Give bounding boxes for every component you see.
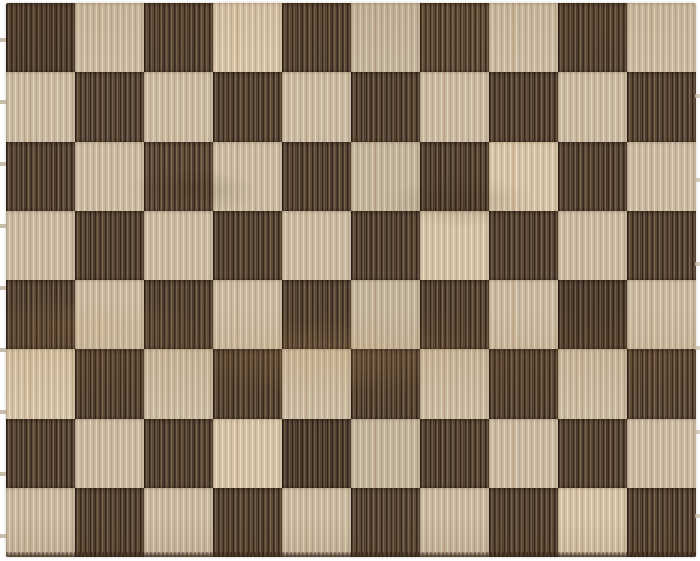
square-r5c4-light xyxy=(213,280,282,349)
square-r7c10-light xyxy=(627,419,696,488)
square-r1c8-light xyxy=(489,3,558,72)
square-r1c2-light xyxy=(75,3,144,72)
square-r3c3-dark xyxy=(144,142,213,211)
square-r3c10-light xyxy=(627,142,696,211)
square-r6c7-light xyxy=(420,349,489,418)
square-r4c9-light xyxy=(558,211,627,280)
square-r3c1-dark xyxy=(6,142,75,211)
square-r6c1-light xyxy=(6,349,75,418)
square-r2c5-light xyxy=(282,72,351,141)
square-r3c7-dark xyxy=(420,142,489,211)
square-r4c8-dark xyxy=(489,211,558,280)
square-r5c2-light xyxy=(75,280,144,349)
square-r7c8-light xyxy=(489,419,558,488)
square-r5c9-dark xyxy=(558,280,627,349)
square-r5c3-dark xyxy=(144,280,213,349)
square-r7c9-dark xyxy=(558,419,627,488)
square-r4c4-dark xyxy=(213,211,282,280)
checkerboard xyxy=(6,3,696,557)
square-r1c10-light xyxy=(627,3,696,72)
square-r6c10-dark xyxy=(627,349,696,418)
square-r1c5-dark xyxy=(282,3,351,72)
square-r3c2-light xyxy=(75,142,144,211)
square-r4c6-dark xyxy=(351,211,420,280)
rug-photo xyxy=(0,0,700,561)
square-r1c6-light xyxy=(351,3,420,72)
square-r6c9-light xyxy=(558,349,627,418)
square-r2c10-dark xyxy=(627,72,696,141)
square-r4c3-light xyxy=(144,211,213,280)
square-r8c5-light xyxy=(282,488,351,557)
square-r8c10-dark xyxy=(627,488,696,557)
square-r6c6-dark xyxy=(351,349,420,418)
square-r5c5-dark xyxy=(282,280,351,349)
square-r6c4-dark xyxy=(213,349,282,418)
square-r3c5-dark xyxy=(282,142,351,211)
square-r7c1-dark xyxy=(6,419,75,488)
square-r5c6-light xyxy=(351,280,420,349)
square-r7c5-dark xyxy=(282,419,351,488)
bottom-binding-edge xyxy=(6,552,696,557)
square-r4c7-light xyxy=(420,211,489,280)
square-r8c7-light xyxy=(420,488,489,557)
square-r2c1-light xyxy=(6,72,75,141)
square-r4c10-dark xyxy=(627,211,696,280)
square-r8c9-light xyxy=(558,488,627,557)
square-r3c4-light xyxy=(213,142,282,211)
square-r5c7-dark xyxy=(420,280,489,349)
square-r4c1-light xyxy=(6,211,75,280)
square-r2c9-light xyxy=(558,72,627,141)
square-r7c6-light xyxy=(351,419,420,488)
square-r8c8-dark xyxy=(489,488,558,557)
square-r7c2-light xyxy=(75,419,144,488)
square-r1c1-dark xyxy=(6,3,75,72)
square-r8c4-dark xyxy=(213,488,282,557)
square-r1c4-light xyxy=(213,3,282,72)
square-r6c8-dark xyxy=(489,349,558,418)
square-r6c5-light xyxy=(282,349,351,418)
square-r8c2-dark xyxy=(75,488,144,557)
square-r4c5-light xyxy=(282,211,351,280)
square-r6c3-light xyxy=(144,349,213,418)
square-r1c9-dark xyxy=(558,3,627,72)
square-r4c2-dark xyxy=(75,211,144,280)
square-r3c9-dark xyxy=(558,142,627,211)
square-r6c2-dark xyxy=(75,349,144,418)
square-r2c2-dark xyxy=(75,72,144,141)
square-r7c3-dark xyxy=(144,419,213,488)
square-r8c6-dark xyxy=(351,488,420,557)
square-r2c3-light xyxy=(144,72,213,141)
square-r8c1-light xyxy=(6,488,75,557)
square-r7c4-light xyxy=(213,419,282,488)
square-r7c7-dark xyxy=(420,419,489,488)
square-r1c7-dark xyxy=(420,3,489,72)
square-r3c6-light xyxy=(351,142,420,211)
square-r5c8-light xyxy=(489,280,558,349)
square-r2c7-light xyxy=(420,72,489,141)
square-r3c8-light xyxy=(489,142,558,211)
checkerboard-rug xyxy=(6,3,696,557)
square-r8c3-light xyxy=(144,488,213,557)
square-r5c10-light xyxy=(627,280,696,349)
square-r1c3-dark xyxy=(144,3,213,72)
square-r2c8-dark xyxy=(489,72,558,141)
square-r5c1-dark xyxy=(6,280,75,349)
square-r2c4-dark xyxy=(213,72,282,141)
square-r2c6-dark xyxy=(351,72,420,141)
